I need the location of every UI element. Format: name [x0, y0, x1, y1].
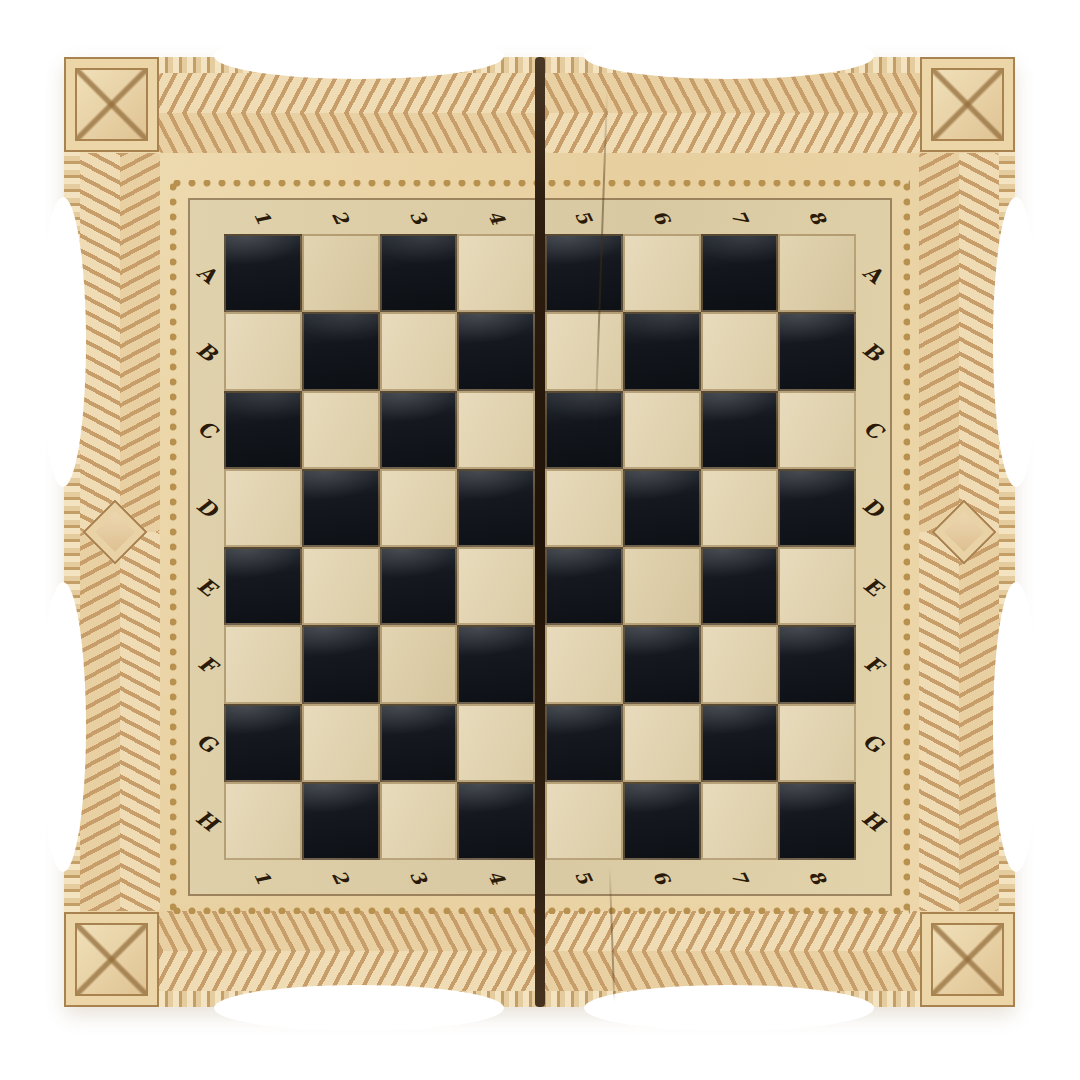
square-d8[interactable]	[778, 469, 856, 547]
silhouette-notch	[993, 582, 1039, 872]
rank-label-left-h-text: H	[191, 805, 222, 837]
rank-label-right-c: C	[856, 391, 890, 469]
square-h5[interactable]	[545, 782, 623, 860]
file-label-bottom-6: 6	[623, 860, 701, 894]
square-c2[interactable]	[302, 391, 380, 469]
rank-label-left-e-text: E	[193, 571, 221, 601]
feather-carving-bottom-left	[159, 911, 540, 991]
rank-label-right-h: H	[856, 782, 890, 860]
file-label-bottom-3: 3	[380, 860, 458, 894]
label-band-corner	[190, 860, 224, 894]
feather-carving-right-upper	[919, 153, 999, 532]
rank-label-right-d: D	[856, 469, 890, 547]
silhouette-notch	[214, 33, 504, 79]
square-f7[interactable]	[701, 625, 779, 703]
square-g7[interactable]	[701, 704, 779, 782]
square-a7[interactable]	[701, 234, 779, 312]
rank-label-left-d: D	[190, 469, 224, 547]
corner-carving-top-left	[64, 57, 159, 152]
rank-label-left-c: C	[190, 391, 224, 469]
rank-label-left-f-text: F	[193, 650, 220, 679]
square-e2[interactable]	[302, 547, 380, 625]
square-d5[interactable]	[545, 469, 623, 547]
square-e3[interactable]	[380, 547, 458, 625]
square-g1[interactable]	[224, 704, 302, 782]
silhouette-notch	[40, 582, 86, 872]
rank-label-right-c-text: C	[859, 415, 888, 445]
file-label-top-1: 1	[224, 200, 302, 234]
square-b2[interactable]	[302, 312, 380, 390]
square-f4[interactable]	[457, 625, 535, 703]
square-b3[interactable]	[380, 312, 458, 390]
label-band-corner	[856, 860, 890, 894]
square-c5[interactable]	[545, 391, 623, 469]
rank-label-right-b: B	[856, 312, 890, 390]
rank-label-right-f: F	[856, 625, 890, 703]
rank-label-left-d-text: D	[192, 492, 222, 523]
rank-label-right-g-text: G	[858, 727, 888, 758]
square-g6[interactable]	[623, 704, 701, 782]
square-h6[interactable]	[623, 782, 701, 860]
silhouette-notch	[584, 985, 874, 1031]
square-d2[interactable]	[302, 469, 380, 547]
square-g2[interactable]	[302, 704, 380, 782]
corner-carving-bottom-right	[920, 912, 1015, 1007]
file-label-top-8-text: 8	[804, 206, 830, 228]
square-e4[interactable]	[457, 547, 535, 625]
file-label-bottom-7-text: 7	[727, 866, 753, 888]
label-band-corner	[190, 200, 224, 234]
square-f8[interactable]	[778, 625, 856, 703]
rank-label-left-h: H	[190, 782, 224, 860]
file-label-bottom-8: 8	[778, 860, 856, 894]
square-a1[interactable]	[224, 234, 302, 312]
file-label-bottom-8-text: 8	[804, 866, 830, 888]
square-f1[interactable]	[224, 625, 302, 703]
file-label-bottom-6-text: 6	[649, 866, 675, 888]
file-label-bottom-4-text: 4	[483, 866, 509, 888]
square-g3[interactable]	[380, 704, 458, 782]
silhouette-notch	[584, 33, 874, 79]
square-h4[interactable]	[457, 782, 535, 860]
file-label-top-8: 8	[778, 200, 856, 234]
rank-label-left-a-text: A	[193, 258, 221, 288]
file-label-bottom-7: 7	[701, 860, 779, 894]
file-label-bottom-1: 1	[224, 860, 302, 894]
file-label-bottom-5-text: 5	[571, 866, 597, 888]
square-a6[interactable]	[623, 234, 701, 312]
feather-carving-top-left	[159, 73, 540, 153]
square-h7[interactable]	[701, 782, 779, 860]
square-a2[interactable]	[302, 234, 380, 312]
square-d6[interactable]	[623, 469, 701, 547]
square-h3[interactable]	[380, 782, 458, 860]
square-e6[interactable]	[623, 547, 701, 625]
silhouette-notch	[214, 985, 504, 1031]
rank-label-right-a-text: A	[859, 258, 887, 288]
file-label-bottom-5: 5	[545, 860, 623, 894]
square-h1[interactable]	[224, 782, 302, 860]
rank-label-right-e: E	[856, 547, 890, 625]
file-label-top-4: 4	[457, 200, 535, 234]
square-e7[interactable]	[701, 547, 779, 625]
square-b7[interactable]	[701, 312, 779, 390]
rank-label-right-h-text: H	[857, 805, 888, 837]
square-d1[interactable]	[224, 469, 302, 547]
file-label-bottom-1-text: 1	[250, 866, 276, 888]
square-g5[interactable]	[545, 704, 623, 782]
square-b6[interactable]	[623, 312, 701, 390]
file-label-top-3-text: 3	[406, 206, 432, 228]
rank-label-right-f-text: F	[859, 650, 886, 679]
square-e5[interactable]	[545, 547, 623, 625]
feather-carving-top-right	[545, 73, 920, 153]
square-c8[interactable]	[778, 391, 856, 469]
square-a5[interactable]	[545, 234, 623, 312]
file-label-bottom-2-text: 2	[328, 866, 354, 888]
square-a8[interactable]	[778, 234, 856, 312]
rank-label-left-b-text: B	[192, 336, 221, 367]
fold-seam	[535, 57, 545, 1007]
square-e1[interactable]	[224, 547, 302, 625]
square-f3[interactable]	[380, 625, 458, 703]
square-b8[interactable]	[778, 312, 856, 390]
square-a3[interactable]	[380, 234, 458, 312]
file-label-top-3: 3	[380, 200, 458, 234]
square-c7[interactable]	[701, 391, 779, 469]
square-c1[interactable]	[224, 391, 302, 469]
square-d4[interactable]	[457, 469, 535, 547]
square-d3[interactable]	[380, 469, 458, 547]
corner-carving-top-right	[920, 57, 1015, 152]
rank-label-right-d-text: D	[858, 492, 888, 523]
file-label-bottom-3-text: 3	[406, 866, 432, 888]
feather-carving-right-lower	[919, 532, 999, 911]
square-h2[interactable]	[302, 782, 380, 860]
square-f5[interactable]	[545, 625, 623, 703]
rank-label-right-e-text: E	[859, 571, 887, 601]
rank-label-left-g: G	[190, 704, 224, 782]
file-label-top-2: 2	[302, 200, 380, 234]
file-label-top-1-text: 1	[250, 206, 276, 228]
file-label-top-4-text: 4	[483, 206, 509, 228]
rank-label-right-g: G	[856, 704, 890, 782]
square-h8[interactable]	[778, 782, 856, 860]
file-label-top-5-text: 5	[571, 206, 597, 228]
feather-carving-left-upper	[80, 153, 160, 532]
square-c4[interactable]	[457, 391, 535, 469]
square-b4[interactable]	[457, 312, 535, 390]
square-f6[interactable]	[623, 625, 701, 703]
square-f2[interactable]	[302, 625, 380, 703]
square-c3[interactable]	[380, 391, 458, 469]
photo-background: 12345678AABBCCDDEEFFGGHH12345678	[0, 0, 1080, 1080]
file-label-bottom-2: 2	[302, 860, 380, 894]
feather-carving-left-lower	[80, 532, 160, 911]
rank-label-right-a: A	[856, 234, 890, 312]
file-label-top-6-text: 6	[649, 206, 675, 228]
corner-carving-bottom-left	[64, 912, 159, 1007]
rank-label-left-g-text: G	[192, 727, 222, 758]
file-label-bottom-4: 4	[457, 860, 535, 894]
square-g8[interactable]	[778, 704, 856, 782]
rank-label-right-b-text: B	[858, 336, 887, 367]
square-d7[interactable]	[701, 469, 779, 547]
feather-carving-bottom-right	[545, 911, 920, 991]
rank-label-left-a: A	[190, 234, 224, 312]
rank-label-left-f: F	[190, 625, 224, 703]
square-g4[interactable]	[457, 704, 535, 782]
rank-label-left-e: E	[190, 547, 224, 625]
rank-label-left-c-text: C	[193, 415, 222, 445]
square-a4[interactable]	[457, 234, 535, 312]
square-c6[interactable]	[623, 391, 701, 469]
file-label-top-7-text: 7	[727, 206, 753, 228]
rank-label-left-b: B	[190, 312, 224, 390]
silhouette-notch	[993, 197, 1039, 487]
square-b1[interactable]	[224, 312, 302, 390]
square-b5[interactable]	[545, 312, 623, 390]
label-band-corner	[856, 200, 890, 234]
file-label-top-2-text: 2	[328, 206, 354, 228]
file-label-top-7: 7	[701, 200, 779, 234]
carved-board-case: 12345678AABBCCDDEEFFGGHH12345678	[64, 57, 1015, 1007]
file-label-top-5: 5	[545, 200, 623, 234]
silhouette-notch	[40, 197, 86, 487]
square-e8[interactable]	[778, 547, 856, 625]
file-label-top-6: 6	[623, 200, 701, 234]
